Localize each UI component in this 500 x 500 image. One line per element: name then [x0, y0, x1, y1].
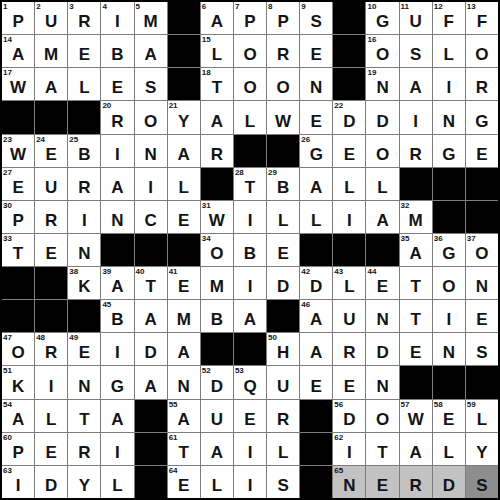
cell-r4c5[interactable]: O	[135, 101, 167, 133]
cell-r4c10[interactable]: E	[300, 101, 332, 133]
clue-number: 23	[3, 135, 12, 144]
cell-r11c9[interactable]: 50H	[267, 333, 299, 365]
cell-r3c5[interactable]: S	[135, 68, 167, 100]
cell-r9c9[interactable]: D	[267, 267, 299, 299]
cell-r14c2[interactable]: E	[35, 433, 67, 465]
black-cell-r4c2	[35, 101, 67, 133]
cell-letter: D	[376, 113, 388, 134]
cell-r1c1[interactable]: 1P	[2, 2, 34, 34]
cell-r13c14[interactable]: 58E	[433, 400, 465, 432]
cell-r3c2[interactable]: A	[35, 68, 67, 100]
cell-r15c8[interactable]: I	[234, 466, 266, 498]
cell-letter: O	[376, 146, 389, 167]
cell-letter: G	[376, 13, 389, 34]
cell-letter: U	[277, 378, 289, 399]
cell-r9c13[interactable]: T	[400, 267, 432, 299]
cell-r5c12[interactable]: O	[366, 135, 398, 167]
cell-letter: N	[111, 212, 123, 233]
cell-r13c1[interactable]: 54A	[2, 400, 34, 432]
cell-r1c9[interactable]: 8P	[267, 2, 299, 34]
cell-r5c4[interactable]: I	[101, 135, 133, 167]
cell-letter: E	[311, 46, 322, 67]
cell-letter: O	[277, 79, 290, 100]
cell-r6c11[interactable]: L	[333, 168, 365, 200]
cell-r14c7[interactable]: A	[201, 433, 233, 465]
cell-r11c6[interactable]: A	[168, 333, 200, 365]
cell-r5c2[interactable]: 24E	[35, 135, 67, 167]
cell-r10c8[interactable]: A	[234, 300, 266, 332]
cell-r14c3[interactable]: R	[68, 433, 100, 465]
cell-r8c7[interactable]: 34O	[201, 234, 233, 266]
cell-r1c12[interactable]: 10G	[366, 2, 398, 34]
cell-r8c9[interactable]: E	[267, 234, 299, 266]
cell-letter: T	[212, 79, 222, 100]
cell-letter: N	[376, 378, 388, 399]
cell-letter: E	[344, 146, 355, 167]
cell-r11c1[interactable]: 47O	[2, 333, 34, 365]
cell-r12c2[interactable]: I	[35, 366, 67, 398]
cell-r2c7[interactable]: 15L	[201, 35, 233, 67]
cell-r7c9[interactable]: L	[267, 201, 299, 233]
cell-r2c1[interactable]: 14A	[2, 35, 34, 67]
cell-letter: U	[45, 13, 57, 34]
cell-r7c4[interactable]: N	[101, 201, 133, 233]
cell-r12c5[interactable]: A	[135, 366, 167, 398]
clue-number: 49	[69, 333, 78, 342]
cell-r2c15[interactable]: O	[466, 35, 498, 67]
cell-letter: N	[78, 378, 90, 399]
cell-r10c10[interactable]: 46A	[300, 300, 332, 332]
cell-letter: I	[115, 444, 120, 465]
cell-r2c4[interactable]: B	[101, 35, 133, 67]
cell-r7c5[interactable]: C	[135, 201, 167, 233]
black-cell-r8c5	[135, 234, 167, 266]
cell-r3c10[interactable]: N	[300, 68, 332, 100]
cell-r12c8[interactable]: 53Q	[234, 366, 266, 398]
black-cell-r6c14	[433, 168, 465, 200]
clue-number: 12	[434, 2, 443, 11]
cell-r11c2[interactable]: 48R	[35, 333, 67, 365]
clue-number: 61	[169, 433, 178, 442]
cell-r10c4[interactable]: 45B	[101, 300, 133, 332]
cell-r13c6[interactable]: 55A	[168, 400, 200, 432]
cell-r15c3[interactable]: Y	[68, 466, 100, 498]
cell-letter: F	[444, 13, 454, 34]
cell-r1c3[interactable]: 3R	[68, 2, 100, 34]
cell-r1c7[interactable]: 6A	[201, 2, 233, 34]
cell-r2c12[interactable]: 16O	[366, 35, 398, 67]
cell-r10c13[interactable]: T	[400, 300, 432, 332]
cell-letter: E	[277, 245, 288, 266]
cell-r15c7[interactable]: L	[201, 466, 233, 498]
cell-r14c4[interactable]: I	[101, 433, 133, 465]
cell-r10c7[interactable]: B	[201, 300, 233, 332]
cell-r12c4[interactable]: G	[101, 366, 133, 398]
cell-r8c14[interactable]: 36G	[433, 234, 465, 266]
cell-letter: E	[311, 378, 322, 399]
cell-r6c4[interactable]: A	[101, 168, 133, 200]
cell-r10c15[interactable]: E	[466, 300, 498, 332]
cell-r11c12[interactable]: D	[366, 333, 398, 365]
cell-letter: L	[179, 179, 189, 200]
cell-r13c12[interactable]: O	[366, 400, 398, 432]
cell-r8c8[interactable]: B	[234, 234, 266, 266]
cell-letter: R	[45, 212, 57, 233]
cell-letter: A	[144, 311, 156, 332]
cell-r13c13[interactable]: 57W	[400, 400, 432, 432]
black-cell-r11c7	[201, 333, 233, 365]
cell-r6c2[interactable]: U	[35, 168, 67, 200]
cell-r13c7[interactable]: U	[201, 400, 233, 432]
cell-r10c14[interactable]: I	[433, 300, 465, 332]
cell-r2c14[interactable]: L	[433, 35, 465, 67]
cell-r9c7[interactable]: M	[201, 267, 233, 299]
cell-r11c15[interactable]: S	[466, 333, 498, 365]
clue-number: 5	[136, 2, 140, 11]
cell-r5c7[interactable]: R	[201, 135, 233, 167]
cell-r4c8[interactable]: L	[234, 101, 266, 133]
cell-r12c7[interactable]: 52D	[201, 366, 233, 398]
cell-r9c5[interactable]: 40T	[135, 267, 167, 299]
cell-r7c11[interactable]: I	[333, 201, 365, 233]
cell-r15c6[interactable]: 64E	[168, 466, 200, 498]
cell-r6c5[interactable]: I	[135, 168, 167, 200]
clue-number: 42	[301, 267, 310, 276]
cell-letter: W	[10, 146, 26, 167]
cell-r7c13[interactable]: 32M	[400, 201, 432, 233]
cell-letter: O	[376, 411, 389, 432]
cell-r13c2[interactable]: L	[35, 400, 67, 432]
cell-letter: A	[410, 444, 422, 465]
cell-r15c1[interactable]: 63I	[2, 466, 34, 498]
black-cell-r5c9	[267, 135, 299, 167]
cell-r12c6[interactable]: N	[168, 366, 200, 398]
cell-r15c12[interactable]: E	[366, 466, 398, 498]
cell-r1c14[interactable]: 12F	[433, 2, 465, 34]
cell-r15c15[interactable]: S	[466, 466, 498, 498]
cell-letter: A	[244, 311, 256, 332]
cell-r13c3[interactable]: T	[68, 400, 100, 432]
cell-r4c6[interactable]: 21Y	[168, 101, 200, 133]
clue-number: 22	[334, 101, 343, 110]
cell-r13c9[interactable]: R	[267, 400, 299, 432]
clue-number: 14	[3, 35, 12, 44]
cell-r13c15[interactable]: 59L	[466, 400, 498, 432]
cell-r2c10[interactable]: E	[300, 35, 332, 67]
clue-number: 31	[202, 201, 211, 210]
cell-letter: T	[13, 245, 23, 266]
cell-r5c5[interactable]: N	[135, 135, 167, 167]
cell-r14c12[interactable]: T	[366, 433, 398, 465]
cell-r8c3[interactable]: N	[68, 234, 100, 266]
cell-letter: R	[277, 411, 289, 432]
cell-r9c3[interactable]: 38K	[68, 267, 100, 299]
cell-r5c3[interactable]: 25B	[68, 135, 100, 167]
cell-r11c11[interactable]: R	[333, 333, 365, 365]
cell-r8c1[interactable]: 33T	[2, 234, 34, 266]
cell-r14c9[interactable]: L	[267, 433, 299, 465]
cell-r5c6[interactable]: A	[168, 135, 200, 167]
cell-r2c3[interactable]: E	[68, 35, 100, 67]
clue-number: 24	[36, 135, 45, 144]
cell-r1c2[interactable]: 2U	[35, 2, 67, 34]
cell-r9c14[interactable]: O	[433, 267, 465, 299]
cell-letter: H	[277, 344, 289, 365]
cell-letter: O	[376, 46, 389, 67]
cell-r9c8[interactable]: I	[234, 267, 266, 299]
cell-r14c15[interactable]: Y	[466, 433, 498, 465]
cell-r1c10[interactable]: 9S	[300, 2, 332, 34]
cell-letter: O	[243, 46, 256, 67]
cell-r1c5[interactable]: 5M	[135, 2, 167, 34]
cell-r15c13[interactable]: R	[400, 466, 432, 498]
cell-r10c12[interactable]: N	[366, 300, 398, 332]
cell-letter: B	[277, 179, 289, 200]
cell-letter: L	[311, 212, 321, 233]
cell-r5c13[interactable]: R	[400, 135, 432, 167]
cell-letter: N	[443, 113, 455, 134]
cell-r6c3[interactable]: R	[68, 168, 100, 200]
cell-letter: A	[178, 146, 190, 167]
cell-r7c6[interactable]: E	[168, 201, 200, 233]
cell-r12c12[interactable]: N	[366, 366, 398, 398]
clue-number: 21	[169, 101, 178, 110]
cell-r15c14[interactable]: D	[433, 466, 465, 498]
cell-r7c2[interactable]: R	[35, 201, 67, 233]
cell-r3c15[interactable]: R	[466, 68, 498, 100]
clue-number: 8	[268, 2, 272, 11]
cell-r11c5[interactable]: D	[135, 333, 167, 365]
cell-r2c13[interactable]: S	[400, 35, 432, 67]
clue-number: 50	[268, 333, 277, 342]
black-cell-r13c5	[135, 400, 167, 432]
cell-r7c12[interactable]: A	[366, 201, 398, 233]
cell-r1c8[interactable]: 7P	[234, 2, 266, 34]
cell-r14c13[interactable]: A	[400, 433, 432, 465]
cell-letter: A	[45, 79, 57, 100]
black-cell-r2c6	[168, 35, 200, 67]
cell-r12c1[interactable]: 51K	[2, 366, 34, 398]
clue-number: 19	[367, 68, 376, 77]
cell-r13c11[interactable]: 56D	[333, 400, 365, 432]
cell-r14c6[interactable]: 61T	[168, 433, 200, 465]
cell-letter: D	[310, 278, 322, 299]
cell-letter: R	[78, 13, 90, 34]
cell-letter: T	[410, 311, 420, 332]
cell-letter: A	[310, 179, 322, 200]
cell-r11c13[interactable]: E	[400, 333, 432, 365]
cell-letter: Y	[79, 477, 90, 498]
clue-number: 56	[334, 400, 343, 409]
cell-r5c1[interactable]: 23W	[2, 135, 34, 167]
cell-r6c9[interactable]: 29B	[267, 168, 299, 200]
cell-letter: E	[12, 179, 23, 200]
cell-r4c13[interactable]: I	[400, 101, 432, 133]
cell-r6c12[interactable]: L	[366, 168, 398, 200]
cell-r1c4[interactable]: 4I	[101, 2, 133, 34]
cell-letter: E	[410, 344, 421, 365]
cell-r15c9[interactable]: S	[267, 466, 299, 498]
cell-r12c9[interactable]: U	[267, 366, 299, 398]
cell-r3c3[interactable]: L	[68, 68, 100, 100]
clue-number: 33	[3, 234, 12, 243]
cell-r4c14[interactable]: N	[433, 101, 465, 133]
clue-number: 25	[69, 135, 78, 144]
black-cell-r10c2	[35, 300, 67, 332]
cell-r4c12[interactable]: D	[366, 101, 398, 133]
cell-r11c10[interactable]: A	[300, 333, 332, 365]
cell-r6c6[interactable]: L	[168, 168, 200, 200]
cell-r9c4[interactable]: 39A	[101, 267, 133, 299]
clue-number: 35	[401, 234, 410, 243]
cell-letter: L	[344, 179, 354, 200]
clue-number: 47	[3, 333, 12, 342]
cell-letter: O	[442, 278, 455, 299]
cell-r2c8[interactable]: O	[234, 35, 266, 67]
cell-letter: E	[311, 113, 322, 134]
cell-r3c12[interactable]: 19N	[366, 68, 398, 100]
cell-letter: B	[111, 46, 123, 67]
cell-letter: P	[12, 444, 23, 465]
cell-r2c2[interactable]: M	[35, 35, 67, 67]
cell-r5c14[interactable]: G	[433, 135, 465, 167]
cell-r12c11[interactable]: E	[333, 366, 365, 398]
cell-r11c14[interactable]: N	[433, 333, 465, 365]
cell-r7c3[interactable]: I	[68, 201, 100, 233]
clue-number: 26	[301, 135, 310, 144]
cell-r10c6[interactable]: M	[168, 300, 200, 332]
cell-r10c11[interactable]: U	[333, 300, 365, 332]
cell-r12c3[interactable]: N	[68, 366, 100, 398]
cell-letter: G	[442, 146, 455, 167]
cell-r3c9[interactable]: O	[267, 68, 299, 100]
cell-r12c10[interactable]: E	[300, 366, 332, 398]
cell-r8c15[interactable]: 37O	[466, 234, 498, 266]
black-cell-r3c6	[168, 68, 200, 100]
cell-r10c5[interactable]: A	[135, 300, 167, 332]
cell-letter: K	[78, 278, 90, 299]
cell-r7c1[interactable]: 30P	[2, 201, 34, 233]
clue-number: 15	[202, 35, 211, 44]
cell-r9c10[interactable]: 42D	[300, 267, 332, 299]
cell-r13c4[interactable]: A	[101, 400, 133, 432]
cell-r7c10[interactable]: L	[300, 201, 332, 233]
cell-r9c11[interactable]: 43L	[333, 267, 365, 299]
cell-letter: R	[78, 444, 90, 465]
cell-letter: S	[277, 477, 288, 498]
clue-number: 63	[3, 466, 12, 475]
clue-number: 40	[136, 267, 145, 276]
cell-r6c1[interactable]: 27E	[2, 168, 34, 200]
cell-r15c11[interactable]: 65N	[333, 466, 365, 498]
clue-number: 54	[3, 400, 12, 409]
clue-number: 28	[235, 168, 244, 177]
cell-r9c6[interactable]: 41E	[168, 267, 200, 299]
clue-number: 27	[3, 168, 12, 177]
black-cell-r14c5	[135, 433, 167, 465]
clue-number: 18	[202, 68, 211, 77]
cell-r9c12[interactable]: 44E	[366, 267, 398, 299]
cell-r13c8[interactable]: E	[234, 400, 266, 432]
cell-r3c4[interactable]: E	[101, 68, 133, 100]
cell-r1c13[interactable]: 11U	[400, 2, 432, 34]
cell-r4c7[interactable]: A	[201, 101, 233, 133]
black-cell-r6c7	[201, 168, 233, 200]
cell-letter: A	[310, 311, 322, 332]
cell-letter: L	[212, 477, 222, 498]
cell-r11c4[interactable]: I	[101, 333, 133, 365]
clue-number: 45	[102, 300, 111, 309]
cell-r9c15[interactable]: N	[466, 267, 498, 299]
cell-r15c4[interactable]: L	[101, 466, 133, 498]
cell-r14c14[interactable]: L	[433, 433, 465, 465]
cell-letter: D	[343, 113, 355, 134]
black-cell-r11c8	[234, 333, 266, 365]
cell-letter: R	[211, 146, 223, 167]
cell-r5c10[interactable]: 26G	[300, 135, 332, 167]
clue-number: 41	[169, 267, 178, 276]
cell-r6c8[interactable]: 28T	[234, 168, 266, 200]
cell-r1c15[interactable]: 13F	[466, 2, 498, 34]
cell-r14c1[interactable]: 60P	[2, 433, 34, 465]
clue-number: 58	[434, 400, 443, 409]
clue-number: 20	[102, 101, 111, 110]
cell-letter: A	[12, 46, 24, 67]
cell-r3c14[interactable]: I	[433, 68, 465, 100]
cell-r3c1[interactable]: 17W	[2, 68, 34, 100]
cell-letter: D	[443, 477, 455, 498]
cell-r3c7[interactable]: 18T	[201, 68, 233, 100]
cell-r14c8[interactable]: I	[234, 433, 266, 465]
cell-r3c8[interactable]: O	[234, 68, 266, 100]
cell-letter: M	[210, 278, 224, 299]
black-cell-r9c1	[2, 267, 34, 299]
cell-r15c2[interactable]: D	[35, 466, 67, 498]
cell-r5c15[interactable]: E	[466, 135, 498, 167]
black-cell-r10c3	[68, 300, 100, 332]
cell-letter: B	[244, 245, 256, 266]
cell-r7c7[interactable]: 31W	[201, 201, 233, 233]
cell-r4c15[interactable]: G	[466, 101, 498, 133]
cell-letter: S	[145, 79, 156, 100]
cell-letter: E	[112, 79, 123, 100]
cell-letter: N	[443, 344, 455, 365]
cell-r2c5[interactable]: A	[135, 35, 167, 67]
cell-r8c13[interactable]: 35A	[400, 234, 432, 266]
cell-letter: S	[476, 344, 487, 365]
cell-r4c11[interactable]: 22D	[333, 101, 365, 133]
cell-letter: W	[275, 113, 291, 134]
cell-letter: N	[343, 477, 355, 498]
cell-letter: A	[376, 212, 388, 233]
cell-r4c9[interactable]: W	[267, 101, 299, 133]
clue-number: 4	[102, 2, 106, 11]
cell-r2c9[interactable]: R	[267, 35, 299, 67]
cell-letter: A	[178, 411, 190, 432]
clue-number: 38	[69, 267, 78, 276]
cell-r8c2[interactable]: E	[35, 234, 67, 266]
cell-r6c10[interactable]: A	[300, 168, 332, 200]
cell-letter: O	[11, 344, 24, 365]
cell-r11c3[interactable]: 49E	[68, 333, 100, 365]
cell-r5c11[interactable]: E	[333, 135, 365, 167]
cell-r4c4[interactable]: 20R	[101, 101, 133, 133]
cell-r7c8[interactable]: I	[234, 201, 266, 233]
cell-r14c11[interactable]: 62I	[333, 433, 365, 465]
black-cell-r6c15	[466, 168, 498, 200]
cell-letter: R	[78, 179, 90, 200]
cell-r3c13[interactable]: A	[400, 68, 432, 100]
